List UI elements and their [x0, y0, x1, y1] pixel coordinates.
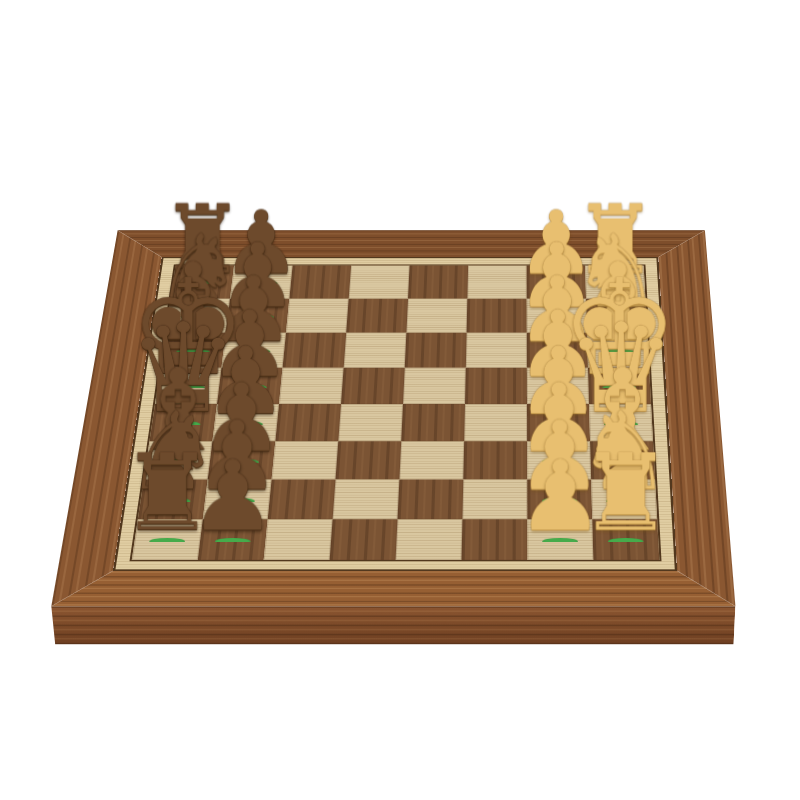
- square-d5[interactable]: [338, 404, 403, 441]
- photo-stage: ♜♟♟♜♞♟♟♞♝♟♟♝♚♟♟♚♛♟♟♛♝♟♟♝♞♟♟♞♜♟♟♜: [0, 0, 800, 800]
- board-edge-face: [51, 606, 735, 644]
- white-rook-icon: ♜: [578, 445, 673, 542]
- square-b5[interactable]: [333, 480, 400, 520]
- square-h4[interactable]: [408, 266, 468, 299]
- square-g4[interactable]: [406, 299, 467, 333]
- square-g5[interactable]: [346, 299, 408, 333]
- square-a7[interactable]: ♟: [198, 519, 268, 560]
- square-e4[interactable]: [403, 368, 466, 404]
- square-f4[interactable]: [405, 333, 467, 368]
- square-a1[interactable]: ♜: [592, 519, 659, 560]
- square-d4[interactable]: [401, 404, 465, 441]
- square-e5[interactable]: [341, 368, 405, 404]
- squares-grid: ♜♟♟♜♞♟♟♞♝♟♟♝♚♟♟♚♛♟♟♛♝♟♟♝♞♟♟♞♜♟♟♜: [129, 265, 661, 562]
- black-pawn-icon: ♟: [189, 452, 276, 541]
- square-h5[interactable]: [349, 266, 410, 299]
- chess-board: ♜♟♟♜♞♟♟♞♝♟♟♝♚♟♟♚♛♟♟♛♝♟♟♝♞♟♟♞♜♟♟♜: [51, 230, 735, 606]
- square-b4[interactable]: [398, 480, 464, 520]
- square-c5[interactable]: [335, 441, 401, 479]
- board-border-strip: ♜♟♟♜♞♟♟♞♝♟♟♝♚♟♟♚♛♟♟♛♝♟♟♝♞♟♟♞♜♟♟♜: [113, 257, 677, 571]
- square-a5[interactable]: [330, 519, 398, 560]
- square-a4[interactable]: [396, 519, 463, 560]
- square-c4[interactable]: [399, 441, 464, 479]
- square-f5[interactable]: [344, 333, 407, 368]
